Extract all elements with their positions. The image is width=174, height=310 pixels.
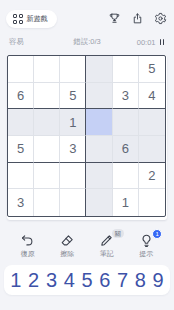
sudoku-cell-r1c2[interactable] [34,56,60,83]
undo-icon [20,233,35,248]
sudoku-cell-r6c1[interactable]: 3 [8,189,34,216]
sudoku-cell-r4c5[interactable]: 6 [113,136,139,163]
trophy-icon[interactable] [108,12,121,25]
hint-button[interactable]: 1 提示 [129,233,163,257]
sudoku-cell-r1c5[interactable] [113,56,139,83]
new-game-label: 新遊戲 [27,15,48,22]
sudoku-cell-r5c4[interactable] [86,163,112,190]
numpad-5[interactable]: 5 [78,270,96,290]
sudoku-cell-r2c2[interactable] [34,83,60,110]
sudoku-board: 565341536231 [7,55,166,217]
sudoku-cell-r1c4[interactable] [86,56,112,83]
mistakes-counter: 錯誤:0/3 [0,37,174,47]
sudoku-cell-r3c4[interactable] [86,109,112,136]
undo-button[interactable]: 復原 [11,233,45,257]
sudoku-cell-r6c6[interactable] [139,189,165,216]
status-bar: 容易 錯誤:0/3 00:01 [0,36,174,48]
eraser-icon [60,233,75,248]
sudoku-cell-r3c5[interactable] [113,109,139,136]
numpad-8[interactable]: 8 [131,270,149,290]
erase-button[interactable]: 擦除 [50,233,84,257]
toolbar: 復原 擦除 關 筆記 1 提示 [0,233,174,257]
notes-off-badge: 關 [112,229,124,238]
share-icon[interactable] [131,12,144,25]
sudoku-cell-r3c1[interactable] [8,109,34,136]
sudoku-cell-r2c5[interactable]: 3 [113,83,139,110]
sudoku-cell-r3c6[interactable] [139,109,165,136]
sudoku-cell-r5c6[interactable]: 2 [139,163,165,190]
sudoku-cell-r2c6[interactable]: 4 [139,83,165,110]
erase-label: 擦除 [60,250,74,257]
sudoku-cell-r5c1[interactable] [8,163,34,190]
sudoku-cell-r4c3[interactable]: 3 [60,136,86,163]
sudoku-cell-r3c2[interactable] [34,109,60,136]
numpad-3[interactable]: 3 [43,270,61,290]
hint-count-badge: 1 [152,229,162,239]
sudoku-cell-r6c4[interactable] [86,189,112,216]
sudoku-cell-r5c2[interactable] [34,163,60,190]
notes-button[interactable]: 關 筆記 [90,233,124,257]
top-bar: 新遊戲 [0,0,174,32]
sudoku-board-card: 565341536231 [7,55,167,220]
sudoku-cell-r4c6[interactable] [139,136,165,163]
sudoku-cell-r1c1[interactable] [8,56,34,83]
number-pad: 123456789 [4,265,170,295]
sudoku-cell-r4c4[interactable] [86,136,112,163]
sudoku-cell-r4c2[interactable] [34,136,60,163]
sudoku-cell-r3c3[interactable]: 1 [60,109,86,136]
notes-label: 筆記 [100,250,114,257]
numpad-2[interactable]: 2 [25,270,43,290]
sudoku-cell-r5c5[interactable] [113,163,139,190]
undo-label: 復原 [21,250,35,257]
sudoku-cell-r2c3[interactable]: 5 [60,83,86,110]
sudoku-cell-r4c1[interactable]: 5 [8,136,34,163]
sudoku-cell-r6c5[interactable]: 1 [113,189,139,216]
numpad-9[interactable]: 9 [149,270,167,290]
new-game-button[interactable]: 新遊戲 [6,10,57,28]
numpad-4[interactable]: 4 [60,270,78,290]
sudoku-cell-r2c4[interactable] [86,83,112,110]
sudoku-cell-r6c2[interactable] [34,189,60,216]
numpad-7[interactable]: 7 [114,270,132,290]
apps-grid-icon [13,14,23,24]
numpad-1[interactable]: 1 [7,270,25,290]
sudoku-cell-r6c3[interactable] [60,189,86,216]
hint-label: 提示 [139,250,153,257]
sudoku-cell-r5c3[interactable] [60,163,86,190]
numpad-6[interactable]: 6 [96,270,114,290]
sudoku-cell-r1c6[interactable]: 5 [139,56,165,83]
settings-gear-icon[interactable] [154,12,167,25]
sudoku-cell-r2c1[interactable]: 6 [8,83,34,110]
sudoku-cell-r1c3[interactable] [60,56,86,83]
